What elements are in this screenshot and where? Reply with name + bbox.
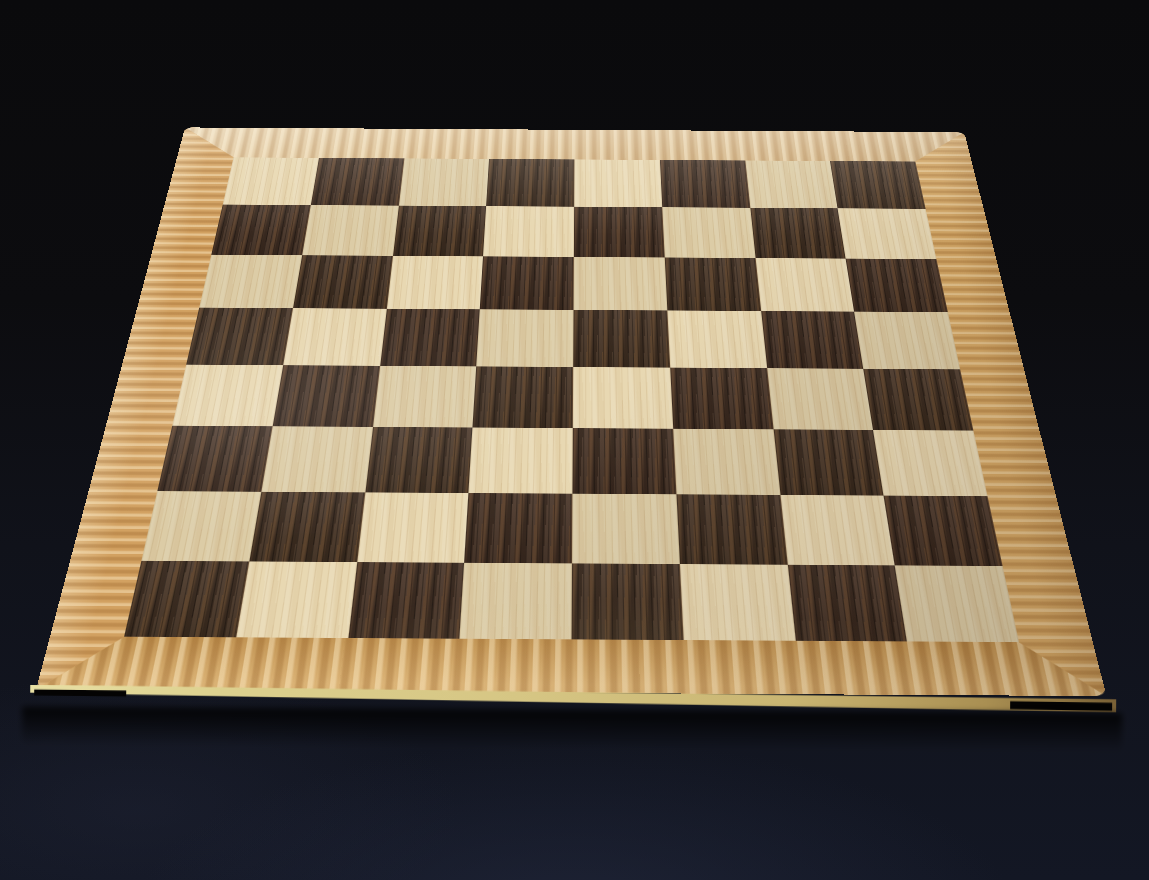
square-a8[interactable] (223, 157, 319, 205)
front-edge-groove-left (34, 689, 126, 696)
square-a5[interactable] (186, 308, 293, 365)
square-e6[interactable] (574, 257, 668, 311)
square-a1[interactable] (124, 561, 249, 637)
square-g3[interactable] (773, 429, 884, 495)
square-h5[interactable] (854, 312, 960, 370)
square-b2[interactable] (249, 491, 365, 562)
square-b1[interactable] (236, 562, 357, 638)
square-f6[interactable] (665, 257, 761, 311)
square-g4[interactable] (767, 368, 874, 430)
square-c1[interactable] (348, 562, 465, 638)
square-c4[interactable] (373, 366, 477, 428)
square-d3[interactable] (469, 427, 573, 493)
square-g5[interactable] (761, 311, 864, 369)
square-h7[interactable] (838, 208, 937, 259)
square-a2[interactable] (141, 491, 261, 562)
square-c7[interactable] (393, 205, 487, 256)
square-e8[interactable] (574, 159, 662, 207)
square-d7[interactable] (483, 206, 574, 257)
square-g7[interactable] (750, 208, 846, 259)
square-f3[interactable] (673, 429, 780, 495)
photo-backdrop (0, 0, 1149, 880)
board-grid (124, 157, 1019, 642)
square-f5[interactable] (667, 311, 767, 369)
front-edge-groove-right (1010, 701, 1112, 711)
chessboard (36, 127, 1106, 696)
square-h6[interactable] (846, 258, 948, 312)
square-a6[interactable] (199, 254, 302, 308)
square-a3[interactable] (157, 426, 272, 492)
square-c3[interactable] (365, 427, 473, 493)
square-b3[interactable] (261, 426, 372, 492)
square-e4[interactable] (573, 367, 673, 429)
square-f2[interactable] (676, 494, 787, 565)
square-b6[interactable] (293, 255, 393, 309)
square-c2[interactable] (357, 492, 469, 563)
square-h3[interactable] (873, 430, 987, 496)
square-h1[interactable] (895, 566, 1019, 643)
square-d1[interactable] (460, 563, 572, 639)
square-f1[interactable] (680, 564, 796, 640)
square-e5[interactable] (573, 310, 670, 368)
square-f8[interactable] (660, 160, 750, 208)
square-b8[interactable] (311, 158, 404, 206)
square-d4[interactable] (473, 366, 574, 428)
board-frame-top (177, 127, 972, 161)
camera-tilt-wrapper (0, 0, 1149, 880)
board-cast-shadow (22, 707, 1122, 766)
square-c8[interactable] (398, 158, 489, 206)
square-b4[interactable] (272, 365, 379, 427)
square-a7[interactable] (211, 204, 310, 255)
square-h4[interactable] (863, 369, 973, 431)
square-g8[interactable] (745, 160, 838, 208)
square-g6[interactable] (755, 258, 854, 312)
square-d5[interactable] (476, 309, 573, 367)
square-a4[interactable] (172, 365, 283, 426)
square-g1[interactable] (787, 565, 907, 642)
square-d8[interactable] (486, 159, 574, 207)
square-b7[interactable] (302, 205, 398, 256)
square-e2[interactable] (572, 493, 680, 564)
square-e7[interactable] (574, 207, 665, 258)
square-e3[interactable] (572, 428, 676, 494)
square-b5[interactable] (283, 308, 386, 366)
square-h2[interactable] (884, 495, 1003, 566)
square-c5[interactable] (380, 309, 480, 367)
square-e1[interactable] (572, 564, 684, 640)
square-f7[interactable] (662, 207, 755, 258)
square-d6[interactable] (480, 256, 574, 310)
square-h8[interactable] (830, 161, 925, 209)
square-g2[interactable] (780, 495, 895, 566)
square-d2[interactable] (464, 493, 572, 564)
square-f4[interactable] (670, 368, 773, 430)
square-c6[interactable] (386, 256, 483, 310)
